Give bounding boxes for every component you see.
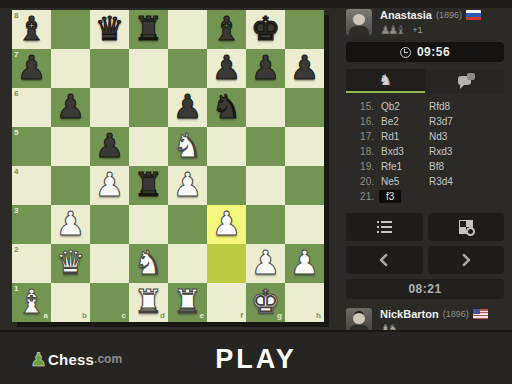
clock-icon [400,47,411,58]
square-c6[interactable] [90,88,129,127]
square-h3[interactable] [285,205,324,244]
move-row: 15.Qb2Rfd8 [346,99,504,114]
square-d7[interactable] [129,49,168,88]
square-c1[interactable]: c [90,283,129,322]
back-button[interactable] [346,246,423,274]
square-c3[interactable] [90,205,129,244]
piece-black-rook[interactable]: ♜ [129,166,168,205]
square-e7[interactable] [168,49,207,88]
piece-white-pawn[interactable]: ♟ [51,205,90,244]
square-f3[interactable]: ♟ [207,205,246,244]
square-a2[interactable]: 2 [12,244,51,283]
square-g7[interactable]: ♟ [246,49,285,88]
knight-icon: ♞ [379,73,392,88]
opponent-rating: (1896) [436,10,462,20]
white-move[interactable]: Rd1 [381,131,429,142]
square-a1[interactable]: 1a♝ [12,283,51,322]
piece-black-pawn[interactable]: ♟ [168,88,207,127]
piece-white-pawn[interactable]: ♟ [90,166,129,205]
square-f5[interactable] [207,127,246,166]
square-h6[interactable] [285,88,324,127]
square-c5[interactable]: ♟ [90,127,129,166]
square-a6[interactable]: 6 [12,88,51,127]
piece-white-king[interactable]: ♚ [246,283,285,322]
rank-label: 3 [14,207,18,215]
piece-black-pawn[interactable]: ♟ [285,49,324,88]
panel-tabs: ♞ [346,69,504,93]
rank-label: 5 [14,129,18,137]
piece-white-pawn[interactable]: ♟ [285,244,324,283]
forward-button[interactable] [428,246,505,274]
russia-flag-icon [466,10,481,20]
piece-black-rook[interactable]: ♜ [129,10,168,49]
square-g2[interactable]: ♟ [246,244,285,283]
square-e5[interactable]: ♞ [168,127,207,166]
top-strip [0,0,512,8]
black-move[interactable]: Rxd3 [429,146,452,157]
play-title: PLAY [0,344,512,375]
move-row: 21.f3 [346,189,504,204]
opponent-info: Anastasia (1896) ♟♟♝+1 [346,8,504,37]
piece-black-pawn[interactable]: ♟ [51,88,90,127]
square-e3[interactable] [168,205,207,244]
square-b5[interactable] [51,127,90,166]
usa-flag-icon [473,309,488,319]
square-f1[interactable]: f [207,283,246,322]
opponent-avatar[interactable] [346,9,372,35]
square-d5[interactable] [129,127,168,166]
square-e2[interactable] [168,244,207,283]
square-d6[interactable] [129,88,168,127]
chat-icon [458,76,471,85]
square-f6[interactable]: ♞ [207,88,246,127]
opponent-captured-pieces: ♟♟♝+1 [380,23,504,37]
player-name[interactable]: NickBarton [380,308,439,320]
square-a7[interactable]: 7♟ [12,49,51,88]
opponent-clock: 09:56 [346,42,504,62]
piece-white-pawn[interactable]: ♟ [168,166,207,205]
square-d3[interactable] [129,205,168,244]
material-advantage: +1 [412,25,422,35]
game-controls [346,213,504,274]
square-a3[interactable]: 3 [12,205,51,244]
tab-moves[interactable]: ♞ [346,69,425,93]
square-g6[interactable] [246,88,285,127]
piece-white-pawn[interactable]: ♟ [246,244,285,283]
chevron-left-icon [379,253,393,267]
square-c2[interactable] [90,244,129,283]
square-b3[interactable]: ♟ [51,205,90,244]
square-a8[interactable]: 8♝ [12,10,51,49]
piece-black-pawn[interactable]: ♟ [246,49,285,88]
captured-bishop-icon: ♝ [396,24,407,36]
chevron-right-icon [457,253,471,267]
piece-white-rook[interactable]: ♜ [168,283,207,322]
piece-white-knight[interactable]: ♞ [168,127,207,166]
opponent-clock-time: 09:56 [417,45,450,59]
move-number: 20. [346,176,381,187]
square-h4[interactable] [285,166,324,205]
piece-black-pawn[interactable]: ♟ [12,49,51,88]
piece-white-queen[interactable]: ♛ [51,244,90,283]
play-banner[interactable]: ♟ Chess .com PLAY [0,330,512,384]
square-e8[interactable] [168,10,207,49]
chess-app: 8♝♛♜♝♚7♟♟♟♟6♟♟♞5♟♞4♟♜♟3♟♟2♛♞♟♟1a♝bcd♜e♜f… [0,0,512,384]
white-move[interactable]: Qb2 [381,101,429,112]
square-c4[interactable]: ♟ [90,166,129,205]
piece-black-queen[interactable]: ♛ [90,10,129,49]
square-c7[interactable] [90,49,129,88]
square-g4[interactable] [246,166,285,205]
piece-black-pawn[interactable]: ♟ [90,127,129,166]
piece-black-king[interactable]: ♚ [246,10,285,49]
move-row: 19.Rfe1Bf8 [346,159,504,174]
move-number: 18. [346,146,381,157]
piece-black-knight[interactable]: ♞ [207,88,246,127]
move-number: 17. [346,131,381,142]
current-move[interactable]: f3 [379,190,401,203]
white-move[interactable]: Bxd3 [381,146,429,157]
square-g5[interactable] [246,127,285,166]
move-row: 16.Be2R3d7 [346,114,504,129]
square-c8[interactable]: ♛ [90,10,129,49]
square-d4[interactable]: ♜ [129,166,168,205]
opponent-name[interactable]: Anastasia [380,9,432,21]
chess-board[interactable]: 8♝♛♜♝♚7♟♟♟♟6♟♟♞5♟♞4♟♜♟3♟♟2♛♞♟♟1a♝bcd♜e♜f… [12,10,324,322]
file-label: h [316,312,321,320]
black-move[interactable]: R3d7 [429,116,453,127]
square-a4[interactable]: 4 [12,166,51,205]
square-b6[interactable]: ♟ [51,88,90,127]
square-b1[interactable]: b [51,283,90,322]
move-row: 18.Bxd3Rxd3 [346,144,504,159]
black-move[interactable]: R3d4 [429,176,453,187]
piece-white-rook[interactable]: ♜ [129,283,168,322]
square-b8[interactable] [51,10,90,49]
move-number: 21. [346,191,381,202]
square-f2[interactable] [207,244,246,283]
square-h1[interactable]: h [285,283,324,322]
move-number: 15. [346,101,381,112]
rank-label: 6 [14,90,18,98]
piece-white-knight[interactable]: ♞ [129,244,168,283]
player-rating: (1896) [443,309,469,319]
square-d1[interactable]: d♜ [129,283,168,322]
board-search-icon [459,220,473,234]
tab-chat[interactable] [425,69,504,93]
list-icon [377,221,392,233]
square-f4[interactable] [207,166,246,205]
analysis-button[interactable] [428,213,505,241]
piece-white-pawn[interactable]: ♟ [207,205,246,244]
square-e1[interactable]: e♜ [168,283,207,322]
rank-label: 2 [14,246,18,254]
piece-black-bishop[interactable]: ♝ [12,10,51,49]
square-d2[interactable]: ♞ [129,244,168,283]
rank-label: 4 [14,168,18,176]
file-label: c [122,312,126,320]
square-g1[interactable]: g♚ [246,283,285,322]
white-move[interactable]: Be2 [381,116,429,127]
square-f8[interactable]: ♝ [207,10,246,49]
square-e6[interactable]: ♟ [168,88,207,127]
side-panel: Anastasia (1896) ♟♟♝+1 09:56 ♞ 15.Qb2Rfd… [346,8,504,336]
piece-black-pawn[interactable]: ♟ [207,49,246,88]
square-b2[interactable]: ♛ [51,244,90,283]
square-f7[interactable]: ♟ [207,49,246,88]
black-move[interactable]: Bf8 [429,161,444,172]
black-move[interactable]: Rfd8 [429,101,450,112]
white-move[interactable]: f3 [381,191,429,202]
move-list[interactable]: 15.Qb2Rfd816.Be2R3d717.Rd1Nd318.Bxd3Rxd3… [346,99,504,204]
square-g3[interactable] [246,205,285,244]
square-h8[interactable] [285,10,324,49]
square-h2[interactable]: ♟ [285,244,324,283]
square-h5[interactable] [285,127,324,166]
square-b4[interactable] [51,166,90,205]
square-e4[interactable]: ♟ [168,166,207,205]
player-clock: 08:21 [346,279,504,299]
piece-black-bishop[interactable]: ♝ [207,10,246,49]
white-move[interactable]: Rfe1 [381,161,429,172]
square-b7[interactable] [51,49,90,88]
white-move[interactable]: Ne5 [381,176,429,187]
file-label: f [240,312,243,320]
file-label: b [82,312,87,320]
move-row: 20.Ne5R3d4 [346,174,504,189]
move-number: 19. [346,161,381,172]
player-clock-time: 08:21 [408,282,441,296]
square-d8[interactable]: ♜ [129,10,168,49]
move-row: 17.Rd1Nd3 [346,129,504,144]
options-button[interactable] [346,213,423,241]
move-number: 16. [346,116,381,127]
square-g8[interactable]: ♚ [246,10,285,49]
square-a5[interactable]: 5 [12,127,51,166]
black-move[interactable]: Nd3 [429,131,447,142]
piece-white-bishop[interactable]: ♝ [12,283,51,322]
square-h7[interactable]: ♟ [285,49,324,88]
